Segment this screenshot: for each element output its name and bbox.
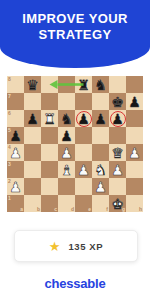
promo-headline-line1: IMPROVE YOUR [0,11,150,27]
white-pawn: ♟ [7,144,24,161]
square-e3[interactable]: ♟ [75,161,92,178]
square-d8[interactable] [58,76,75,93]
white-pawn: ♟ [92,178,109,195]
square-e6[interactable]: ♟ [75,110,92,127]
rank-label-2: 2 [8,179,11,184]
square-g2[interactable] [109,178,126,195]
square-d5[interactable]: ♟ [58,127,75,144]
square-d7[interactable] [58,93,75,110]
black-pawn: ♟ [75,110,92,127]
rank-label-6: 6 [8,111,11,116]
square-g8[interactable] [109,76,126,93]
square-e1[interactable]: e [75,195,92,212]
square-g6[interactable]: ♟ [109,110,126,127]
rank-label-5: 5 [8,128,11,133]
star-icon: ★ [49,240,61,253]
white-bishop: ♝ [58,161,75,178]
xp-badge: ★ 135 XP [14,230,138,262]
black-knight: ♞ [92,76,109,93]
black-pawn: ♟ [126,93,143,110]
black-knight: ♞ [58,110,75,127]
square-c7[interactable] [41,93,58,110]
square-f2[interactable]: ♟ [92,178,109,195]
square-h8[interactable] [126,76,143,93]
square-h1[interactable]: h [126,195,143,212]
square-a5[interactable]: 5♟ [7,127,24,144]
square-b5[interactable] [24,127,41,144]
square-c6[interactable]: ♜ [41,110,58,127]
file-label-d: d [71,207,74,212]
file-label-b: b [37,207,40,212]
square-a8[interactable]: 8 [7,76,24,93]
square-c8[interactable] [41,76,58,93]
square-f3[interactable]: ♞ [92,161,109,178]
square-h6[interactable] [126,110,143,127]
rank-label-3: 3 [8,162,11,167]
white-pawn: ♟ [7,178,24,195]
rank-label-8: 8 [8,77,11,82]
square-c5[interactable] [41,127,58,144]
square-h5[interactable] [126,127,143,144]
chess-board[interactable]: 8♛♜♞7♚♟6♟♜♞♟♟♟5♟♟4♟♟♛♟3♝♟♞♟2♟♟1abcdefg♚h [7,76,143,212]
black-king: ♚ [109,93,126,110]
square-d3[interactable]: ♝ [58,161,75,178]
black-pawn: ♟ [109,110,126,127]
rank-label-1: 1 [8,196,11,201]
square-c1[interactable]: c [41,195,58,212]
file-label-c: c [54,207,57,212]
square-f7[interactable] [92,93,109,110]
square-b4[interactable] [24,144,41,161]
square-h2[interactable] [126,178,143,195]
file-label-a: a [20,207,23,212]
file-label-f: f [106,207,108,212]
black-pawn: ♟ [92,110,109,127]
white-pawn: ♟ [75,161,92,178]
square-b1[interactable]: b [24,195,41,212]
promo-headline-line2: STRATEGY [0,27,150,43]
highlight-circle-e6 [76,111,92,127]
square-c4[interactable] [41,144,58,161]
square-b8[interactable]: ♛ [24,76,41,93]
square-f8[interactable]: ♞ [92,76,109,93]
square-a7[interactable]: 7 [7,93,24,110]
square-e5[interactable] [75,127,92,144]
square-h3[interactable] [126,161,143,178]
black-pawn: ♟ [58,127,75,144]
square-g5[interactable] [109,127,126,144]
square-e7[interactable] [75,93,92,110]
square-g1[interactable]: g♚ [109,195,126,212]
square-a2[interactable]: 2♟ [7,178,24,195]
square-b2[interactable] [24,178,41,195]
square-a4[interactable]: 4♟ [7,144,24,161]
square-f1[interactable]: f [92,195,109,212]
square-d2[interactable] [58,178,75,195]
white-pawn: ♟ [126,144,143,161]
square-c3[interactable] [41,161,58,178]
square-d4[interactable]: ♟ [58,144,75,161]
square-b3[interactable] [24,161,41,178]
square-e4[interactable] [75,144,92,161]
square-d1[interactable]: d [58,195,75,212]
square-f5[interactable] [92,127,109,144]
white-rook: ♜ [41,110,58,127]
black-rook: ♜ [75,76,92,93]
white-king: ♚ [109,195,126,212]
chessable-logo: chessable [0,276,150,291]
square-g3[interactable]: ♟ [109,161,126,178]
rank-label-4: 4 [8,145,11,150]
square-g7[interactable]: ♚ [109,93,126,110]
square-e8[interactable]: ♜ [75,76,92,93]
square-f6[interactable]: ♟ [92,110,109,127]
rank-label-7: 7 [8,94,11,99]
square-d6[interactable]: ♞ [58,110,75,127]
highlight-circle-g6 [110,111,126,127]
black-queen: ♛ [24,76,41,93]
file-label-e: e [88,207,91,212]
file-label-g: g [122,207,125,212]
square-h7[interactable]: ♟ [126,93,143,110]
black-pawn: ♟ [24,110,41,127]
square-a3[interactable]: 3 [7,161,24,178]
white-knight: ♞ [92,161,109,178]
file-label-h: h [139,207,142,212]
promo-header: IMPROVE YOUR STRATEGY [0,0,150,68]
square-h4[interactable]: ♟ [126,144,143,161]
white-pawn: ♟ [109,161,126,178]
white-pawn: ♟ [58,144,75,161]
square-f4[interactable] [92,144,109,161]
white-queen: ♛ [109,144,126,161]
black-pawn: ♟ [7,127,24,144]
square-b6[interactable]: ♟ [24,110,41,127]
square-a1[interactable]: 1a [7,195,24,212]
square-c2[interactable] [41,178,58,195]
square-e2[interactable] [75,178,92,195]
square-b7[interactable] [24,93,41,110]
xp-label: 135 XP [68,241,103,252]
square-a6[interactable]: 6 [7,110,24,127]
square-g4[interactable]: ♛ [109,144,126,161]
